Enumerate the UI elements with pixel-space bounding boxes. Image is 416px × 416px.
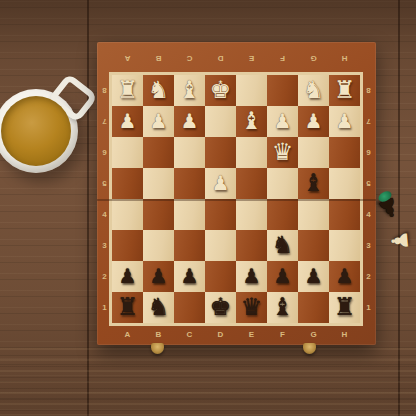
black-pawn-c2: ♟: [174, 261, 205, 292]
white-pawn-c7: ♟: [174, 106, 205, 137]
square-d4: [205, 199, 236, 230]
white-king-d8: ♚: [205, 75, 236, 106]
coord-label-b: B: [143, 52, 174, 64]
square-a1: ♜: [112, 292, 143, 323]
coord-label-g: G: [298, 52, 329, 64]
square-c1: [174, 292, 205, 323]
square-c6: [174, 137, 205, 168]
white-pawn-f7: ♟: [267, 106, 298, 137]
coord-label-8: 8: [361, 75, 376, 106]
square-a5: [112, 168, 143, 199]
square-f3: ♞: [267, 230, 298, 261]
black-bishop-f1: ♝: [267, 292, 298, 323]
square-g3: [298, 230, 329, 261]
square-a2: ♟: [112, 261, 143, 292]
board-fold-seam: [97, 199, 376, 201]
file-labels-top: ABCDEFGH: [112, 52, 360, 64]
square-d8: ♚: [205, 75, 236, 106]
coord-label-3: 3: [361, 230, 376, 261]
coord-label-1: 1: [361, 292, 376, 323]
white-pawn-b7: ♟: [143, 106, 174, 137]
photo-scene: ABCDEFGH ABCDEFGH 87654321 87654321 ♜♞♝♚…: [0, 0, 416, 416]
square-d6: [205, 137, 236, 168]
coord-label-7: 7: [361, 106, 376, 137]
square-c8: ♝: [174, 75, 205, 106]
square-h1: ♜: [329, 292, 360, 323]
square-b8: ♞: [143, 75, 174, 106]
white-bishop-c8: ♝: [174, 75, 205, 106]
square-e1: ♛: [236, 292, 267, 323]
black-knight-f3: ♞: [267, 230, 298, 261]
square-d1: ♚: [205, 292, 236, 323]
coord-label-2: 2: [361, 261, 376, 292]
square-g2: ♟: [298, 261, 329, 292]
square-f6: ♛: [267, 137, 298, 168]
square-g5: ♝: [298, 168, 329, 199]
black-rook-a1: ♜: [112, 292, 143, 323]
square-b5: [143, 168, 174, 199]
square-h8: ♜: [329, 75, 360, 106]
black-bishop-g5: ♝: [298, 168, 329, 199]
square-b2: ♟: [143, 261, 174, 292]
square-h4: [329, 199, 360, 230]
square-b4: [143, 199, 174, 230]
square-c5: [174, 168, 205, 199]
white-pawn-a7: ♟: [112, 106, 143, 137]
coord-label-4: 4: [361, 199, 376, 230]
teacup: [0, 89, 78, 173]
square-c3: [174, 230, 205, 261]
black-king-d1: ♚: [205, 292, 236, 323]
black-pawn-h2: ♟: [329, 261, 360, 292]
coord-label-g: G: [298, 329, 329, 341]
white-pawn-d5: ♟: [205, 168, 236, 199]
square-e4: [236, 199, 267, 230]
square-e8: [236, 75, 267, 106]
coord-label-d: D: [205, 52, 236, 64]
coord-label-6: 6: [361, 137, 376, 168]
square-h7: ♟: [329, 106, 360, 137]
coord-label-h: H: [329, 329, 360, 341]
square-b3: [143, 230, 174, 261]
square-h3: [329, 230, 360, 261]
black-queen-e1: ♛: [236, 292, 267, 323]
square-h2: ♟: [329, 261, 360, 292]
square-f1: ♝: [267, 292, 298, 323]
white-pawn-lying-icon: ♟: [387, 230, 414, 252]
black-rook-h1: ♜: [329, 292, 360, 323]
square-g6: [298, 137, 329, 168]
white-rook-h8: ♜: [329, 75, 360, 106]
black-pawn-f2: ♟: [267, 261, 298, 292]
square-h5: [329, 168, 360, 199]
coord-label-f: F: [267, 52, 298, 64]
black-pawn-b2: ♟: [143, 261, 174, 292]
black-pawn-g2: ♟: [298, 261, 329, 292]
coord-label-5: 5: [361, 168, 376, 199]
square-c2: ♟: [174, 261, 205, 292]
square-g4: [298, 199, 329, 230]
square-f5: [267, 168, 298, 199]
square-a6: [112, 137, 143, 168]
square-d5: ♟: [205, 168, 236, 199]
white-knight-g8: ♞: [298, 75, 329, 106]
square-g7: ♟: [298, 106, 329, 137]
white-queen-f6: ♛: [267, 137, 298, 168]
coord-label-f: F: [267, 329, 298, 341]
captured-black-pawn: ♟: [378, 192, 406, 228]
coord-label-b: B: [143, 329, 174, 341]
white-pawn-g7: ♟: [298, 106, 329, 137]
square-f8: [267, 75, 298, 106]
square-e5: [236, 168, 267, 199]
square-a4: [112, 199, 143, 230]
coord-label-e: E: [236, 329, 267, 341]
square-b6: [143, 137, 174, 168]
square-c7: ♟: [174, 106, 205, 137]
black-pawn-a2: ♟: [112, 261, 143, 292]
white-knight-b8: ♞: [143, 75, 174, 106]
square-f7: ♟: [267, 106, 298, 137]
white-rook-a8: ♜: [112, 75, 143, 106]
coord-label-d: D: [205, 329, 236, 341]
square-h6: [329, 137, 360, 168]
square-d2: [205, 261, 236, 292]
square-c4: [174, 199, 205, 230]
square-e3: [236, 230, 267, 261]
file-labels-bottom: ABCDEFGH: [112, 329, 360, 341]
square-e6: [236, 137, 267, 168]
white-bishop-e7: ♝: [236, 106, 267, 137]
white-pawn-h7: ♟: [329, 106, 360, 137]
coord-label-c: C: [174, 52, 205, 64]
square-f2: ♟: [267, 261, 298, 292]
coord-label-h: H: [329, 52, 360, 64]
square-e7: ♝: [236, 106, 267, 137]
square-g8: ♞: [298, 75, 329, 106]
coord-label-a: A: [112, 52, 143, 64]
coord-label-c: C: [174, 329, 205, 341]
square-b1: ♞: [143, 292, 174, 323]
coord-label-a: A: [112, 329, 143, 341]
black-knight-b1: ♞: [143, 292, 174, 323]
square-b7: ♟: [143, 106, 174, 137]
chess-board: ABCDEFGH ABCDEFGH 87654321 87654321 ♜♞♝♚…: [97, 42, 376, 345]
square-d3: [205, 230, 236, 261]
table-wood-grain: [0, 345, 416, 416]
square-a3: [112, 230, 143, 261]
captured-white-pawn: ♟: [386, 228, 416, 254]
square-e2: ♟: [236, 261, 267, 292]
square-f4: [267, 199, 298, 230]
square-g1: [298, 292, 329, 323]
square-a8: ♜: [112, 75, 143, 106]
coord-label-e: E: [236, 52, 267, 64]
square-a7: ♟: [112, 106, 143, 137]
black-pawn-e2: ♟: [236, 261, 267, 292]
tea-surface: [1, 96, 71, 166]
square-d7: [205, 106, 236, 137]
